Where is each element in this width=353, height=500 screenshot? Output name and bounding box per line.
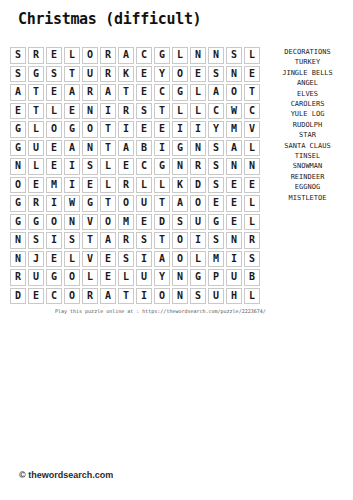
grid-cell[interactable]: K [118,66,134,83]
word-list-item: REINDEER [262,172,353,182]
grid-cell[interactable]: S [172,214,188,231]
grid-cell[interactable]: U [190,214,206,231]
grid-cell[interactable]: A [154,251,170,268]
grid-cell[interactable]: I [190,232,206,249]
grid-cell[interactable]: N [82,140,98,157]
word-list-item: TINSEL [262,151,353,161]
grid-cell[interactable]: I [64,177,80,194]
grid-cell[interactable]: C [244,103,260,120]
grid-cell[interactable]: N [190,140,206,157]
grid-cell[interactable]: G [28,66,44,83]
page-title: Christmas (difficult) [18,10,201,28]
grid-cell[interactable]: B [244,269,260,286]
grid-cell[interactable]: L [244,195,260,212]
grid-cell[interactable]: O [10,177,26,194]
grid-cell[interactable]: O [64,288,80,305]
grid-cell[interactable]: T [28,103,44,120]
grid-cell[interactable]: U [28,140,44,157]
grid-cell[interactable]: I [100,103,116,120]
grid-cell[interactable]: E [226,195,242,212]
grid-cell[interactable]: C [136,47,152,64]
grid-cell[interactable]: T [154,103,170,120]
grid-cell[interactable]: W [226,103,242,120]
grid-cell[interactable]: U [136,195,152,212]
grid-cell[interactable]: N [244,158,260,175]
grid-cell[interactable]: R [190,158,206,175]
grid-cell[interactable]: M [46,177,62,194]
grid-cell[interactable]: I [64,158,80,175]
grid-cell[interactable]: L [154,177,170,194]
grid-cell[interactable]: S [244,251,260,268]
grid-cell[interactable]: R [28,47,44,64]
grid-cell[interactable]: L [244,214,260,231]
grid-cell[interactable]: U [208,288,224,305]
grid-cell[interactable]: T [100,195,116,212]
grid-cell[interactable]: E [226,214,242,231]
grid-cell[interactable]: R [244,232,260,249]
grid-cell[interactable]: G [154,47,170,64]
grid-cell[interactable]: S [208,232,224,249]
grid-cell[interactable]: S [46,66,62,83]
grid-cell[interactable]: Y [154,269,170,286]
grid-cell[interactable]: L [64,47,80,64]
grid-cell[interactable]: S [136,232,152,249]
grid-cell[interactable]: E [46,158,62,175]
grid-cell[interactable]: L [172,103,188,120]
grid-cell[interactable]: S [10,66,26,83]
word-list-item: SANTA CLAUS [262,141,353,151]
grid-cell[interactable]: O [190,195,206,212]
grid-cell[interactable]: I [190,121,206,138]
grid-cell[interactable]: L [100,177,116,194]
grid-cell[interactable]: N [172,158,188,175]
play-online-url: Play this puzzle online at : https://the… [55,308,266,314]
grid-cell[interactable]: M [226,121,242,138]
grid-cell[interactable]: E [208,195,224,212]
grid-cell[interactable]: G [172,140,188,157]
grid-cell[interactable]: L [64,251,80,268]
grid-cell[interactable]: E [190,66,206,83]
grid-cell[interactable]: N [226,232,242,249]
grid-cell[interactable]: G [46,269,62,286]
grid-cell[interactable]: S [10,47,26,64]
grid-cell[interactable]: E [136,214,152,231]
grid-cell[interactable]: L [190,251,206,268]
grid-cell[interactable]: I [136,288,152,305]
grid-cell[interactable]: C [136,158,152,175]
word-list-item: CAROLERS [262,99,353,109]
grid-cell[interactable]: N [226,66,242,83]
grid-cell[interactable]: O [118,195,134,212]
grid-cell[interactable]: I [136,251,152,268]
grid-cell[interactable]: E [136,84,152,101]
grid-cell[interactable]: T [64,66,80,83]
grid-cell[interactable]: G [190,269,206,286]
word-list-item: JINGLE BELLS [262,68,353,78]
word-list-item: TURKEY [262,57,353,67]
grid-cell[interactable]: O [172,66,188,83]
grid-cell[interactable]: L [244,47,260,64]
grid-cell[interactable]: S [64,232,80,249]
word-list-item: ELVES [262,89,353,99]
grid-cell[interactable]: A [208,84,224,101]
grid-cell[interactable]: L [172,47,188,64]
grid-cell[interactable]: L [244,140,260,157]
grid-cell[interactable]: T [154,232,170,249]
grid-cell[interactable]: T [100,140,116,157]
grid-cell[interactable]: A [100,288,116,305]
grid-cell[interactable]: N [10,251,26,268]
grid-cell[interactable]: L [46,103,62,120]
word-list: DECORATIONSTURKEYJINGLE BELLSANGELELVESC… [262,47,353,203]
grid-cell[interactable]: E [226,177,242,194]
grid-cell[interactable]: S [118,251,134,268]
grid-cell[interactable]: K [172,177,188,194]
grid-cell[interactable]: E [28,288,44,305]
grid-cell[interactable]: I [154,140,170,157]
copyright-text: © thewordsearch.com [19,470,113,480]
grid-cell[interactable]: A [64,84,80,101]
grid-cell[interactable]: S [190,288,206,305]
grid-cell[interactable]: T [244,84,260,101]
grid-cell[interactable]: G [172,84,188,101]
word-search-grid: SRELORACGLNNSLSGSTURKEYOESNEATEARATECGLA… [10,47,260,304]
grid-cell[interactable]: R [82,288,98,305]
grid-cell[interactable]: T [100,121,116,138]
grid-cell[interactable]: D [190,177,206,194]
grid-cell[interactable]: L [100,158,116,175]
grid-cell[interactable]: S [208,66,224,83]
grid-cell[interactable]: B [136,140,152,157]
grid-cell[interactable]: C [208,103,224,120]
grid-cell[interactable]: E [100,251,116,268]
word-list-item: EGGNOG [262,182,353,192]
grid-cell[interactable]: N [226,158,242,175]
grid-cell[interactable]: E [136,121,152,138]
grid-cell[interactable]: T [118,288,134,305]
grid-cell[interactable]: L [118,269,134,286]
grid-cell[interactable]: E [244,177,260,194]
grid-cell[interactable]: E [28,177,44,194]
grid-cell[interactable]: O [82,121,98,138]
grid-cell[interactable]: E [244,66,260,83]
grid-cell[interactable]: I [46,195,62,212]
grid-cell[interactable]: E [100,269,116,286]
grid-cell[interactable]: S [136,103,152,120]
grid-cell[interactable]: W [64,195,80,212]
grid-cell[interactable]: O [172,251,188,268]
grid-cell[interactable]: A [100,232,116,249]
grid-cell[interactable]: E [46,140,62,157]
grid-cell[interactable]: R [118,103,134,120]
grid-cell[interactable]: R [118,232,134,249]
grid-cell[interactable]: R [100,66,116,83]
grid-cell[interactable]: G [64,121,80,138]
word-list-item: MISTLETOE [262,193,353,203]
grid-cell[interactable]: T [82,232,98,249]
grid-cell[interactable]: O [100,214,116,231]
grid-cell[interactable]: N [208,47,224,64]
grid-cell[interactable]: E [64,103,80,120]
grid-cell[interactable]: N [10,232,26,249]
grid-cell[interactable]: A [10,84,26,101]
grid-cell[interactable]: Y [208,121,224,138]
grid-cell[interactable]: L [190,103,206,120]
grid-cell[interactable]: I [118,121,134,138]
grid-cell[interactable]: I [226,251,242,268]
grid-cell[interactable]: S [208,158,224,175]
grid-cell[interactable]: P [208,269,224,286]
grid-cell[interactable]: N [172,269,188,286]
grid-cell[interactable]: G [10,214,26,231]
grid-cell[interactable]: C [46,288,62,305]
grid-cell[interactable]: R [118,177,134,194]
grid-cell[interactable]: S [28,232,44,249]
grid-cell[interactable]: Y [154,66,170,83]
grid-cell[interactable]: T [118,84,134,101]
grid-cell[interactable]: I [172,121,188,138]
grid-cell[interactable]: U [28,269,44,286]
grid-cell[interactable]: L [82,269,98,286]
grid-cell[interactable]: N [190,47,206,64]
grid-cell[interactable]: O [154,288,170,305]
grid-cell[interactable]: A [172,195,188,212]
grid-cell[interactable]: D [154,214,170,231]
word-list-item: STAR [262,130,353,140]
grid-cell[interactable]: E [46,84,62,101]
grid-cell[interactable]: E [118,158,134,175]
grid-cell[interactable]: G [208,214,224,231]
grid-cell[interactable]: U [82,66,98,83]
grid-cell[interactable]: O [172,232,188,249]
grid-cell[interactable]: G [154,158,170,175]
grid-cell[interactable]: A [100,84,116,101]
grid-cell[interactable]: E [82,177,98,194]
grid-cell[interactable]: C [154,84,170,101]
grid-cell[interactable]: T [154,195,170,212]
grid-cell[interactable]: U [136,269,152,286]
word-list-item: DECORATIONS [262,47,353,57]
word-list-item: RUDOLPH [262,120,353,130]
grid-cell[interactable]: O [46,121,62,138]
grid-cell[interactable]: S [208,140,224,157]
grid-cell[interactable]: R [10,269,26,286]
grid-cell[interactable]: N [172,288,188,305]
grid-cell[interactable]: E [46,251,62,268]
word-list-item: SNOWMAN [262,161,353,171]
grid-cell[interactable]: L [136,177,152,194]
grid-cell[interactable]: L [244,288,260,305]
grid-cell[interactable]: G [10,195,26,212]
grid-cell[interactable]: L [190,84,206,101]
grid-cell[interactable]: E [46,47,62,64]
grid-cell[interactable]: S [82,158,98,175]
grid-cell[interactable]: T [28,84,44,101]
grid-cell[interactable]: M [118,214,134,231]
grid-cell[interactable]: O [82,47,98,64]
word-list-item: YULE LOG [262,109,353,119]
grid-cell[interactable]: D [10,288,26,305]
grid-cell[interactable]: H [226,288,242,305]
grid-cell[interactable]: O [226,84,242,101]
grid-cell[interactable]: A [64,140,80,157]
grid-cell[interactable]: A [226,140,242,157]
grid-cell[interactable]: V [244,121,260,138]
grid-cell[interactable]: G [82,195,98,212]
grid-cell[interactable]: N [10,158,26,175]
grid-cell[interactable]: N [82,103,98,120]
grid-cell[interactable]: A [118,140,134,157]
grid-cell[interactable]: M [208,251,224,268]
grid-cell[interactable]: N [64,214,80,231]
grid-cell[interactable]: A [118,47,134,64]
grid-cell[interactable]: O [64,269,80,286]
grid-cell[interactable]: E [10,103,26,120]
grid-cell[interactable]: S [208,177,224,194]
grid-cell[interactable]: V [82,251,98,268]
grid-cell[interactable]: G [10,121,26,138]
grid-cell[interactable]: L [28,121,44,138]
grid-cell[interactable]: I [46,232,62,249]
grid-cell[interactable]: R [82,84,98,101]
grid-cell[interactable]: E [154,121,170,138]
grid-cell[interactable]: G [10,140,26,157]
word-list-item: ANGEL [262,78,353,88]
grid-cell[interactable]: L [28,158,44,175]
grid-cell[interactable]: E [136,66,152,83]
grid-cell[interactable]: R [28,195,44,212]
grid-cell[interactable]: G [28,214,44,231]
grid-cell[interactable]: O [46,214,62,231]
grid-cell[interactable]: J [28,251,44,268]
grid-cell[interactable]: R [100,47,116,64]
grid-cell[interactable]: V [82,214,98,231]
grid-cell[interactable]: U [226,269,242,286]
grid-cell[interactable]: S [226,47,242,64]
